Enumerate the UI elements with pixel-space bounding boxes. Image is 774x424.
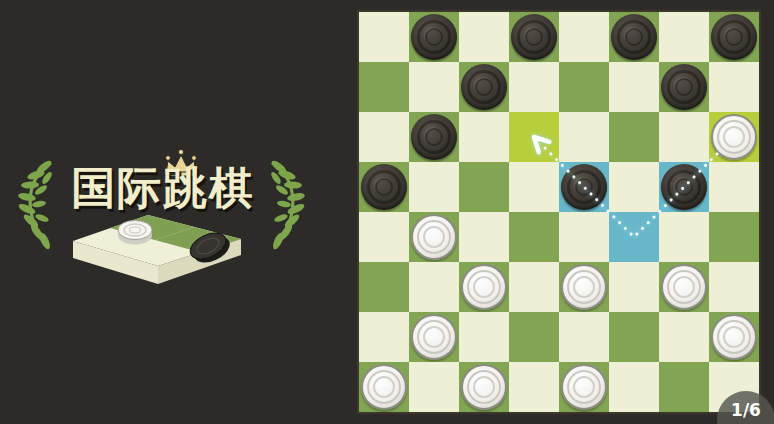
checkers-board[interactable]	[357, 10, 761, 414]
square-r1-c2[interactable]	[459, 62, 509, 112]
black-piece[interactable]	[511, 14, 557, 60]
square-r2-c3[interactable]	[509, 112, 559, 162]
square-r3-c5[interactable]	[609, 162, 659, 212]
square-r3-c1[interactable]	[409, 162, 459, 212]
square-r6-c0[interactable]	[359, 312, 409, 362]
black-piece[interactable]	[561, 164, 607, 210]
square-r3-c6[interactable]	[659, 162, 709, 212]
square-r5-c7[interactable]	[709, 262, 759, 312]
square-r1-c7[interactable]	[709, 62, 759, 112]
laurel-right-icon	[263, 158, 309, 250]
square-r7-c6[interactable]	[659, 362, 709, 412]
white-piece[interactable]	[561, 264, 607, 310]
black-piece[interactable]	[711, 14, 757, 60]
square-r0-c3[interactable]	[509, 12, 559, 62]
square-r5-c2[interactable]	[459, 262, 509, 312]
square-r7-c2[interactable]	[459, 362, 509, 412]
square-r3-c2[interactable]	[459, 162, 509, 212]
black-piece[interactable]	[411, 14, 457, 60]
white-piece[interactable]	[411, 314, 457, 360]
white-piece[interactable]	[461, 364, 507, 410]
square-r5-c4[interactable]	[559, 262, 609, 312]
black-piece[interactable]	[461, 64, 507, 110]
square-r2-c2[interactable]	[459, 112, 509, 162]
square-r2-c4[interactable]	[559, 112, 609, 162]
square-r0-c1[interactable]	[409, 12, 459, 62]
square-r6-c7[interactable]	[709, 312, 759, 362]
square-r4-c6[interactable]	[659, 212, 709, 262]
square-r0-c5[interactable]	[609, 12, 659, 62]
square-r6-c5[interactable]	[609, 312, 659, 362]
square-r3-c7[interactable]	[709, 162, 759, 212]
white-piece[interactable]	[361, 364, 407, 410]
square-r7-c1[interactable]	[409, 362, 459, 412]
square-r1-c0[interactable]	[359, 62, 409, 112]
white-piece[interactable]	[661, 264, 707, 310]
square-r2-c7[interactable]	[709, 112, 759, 162]
square-r6-c2[interactable]	[459, 312, 509, 362]
square-r1-c3[interactable]	[509, 62, 559, 112]
white-piece[interactable]	[461, 264, 507, 310]
square-r2-c1[interactable]	[409, 112, 459, 162]
square-r0-c4[interactable]	[559, 12, 609, 62]
square-r4-c5[interactable]	[609, 212, 659, 262]
square-r7-c0[interactable]	[359, 362, 409, 412]
square-r4-c3[interactable]	[509, 212, 559, 262]
game-logo: 国际跳棋	[0, 0, 357, 424]
square-r3-c0[interactable]	[359, 162, 409, 212]
square-r4-c0[interactable]	[359, 212, 409, 262]
square-r4-c7[interactable]	[709, 212, 759, 262]
square-r1-c5[interactable]	[609, 62, 659, 112]
square-r4-c4[interactable]	[559, 212, 609, 262]
square-r5-c5[interactable]	[609, 262, 659, 312]
square-r2-c0[interactable]	[359, 112, 409, 162]
white-piece[interactable]	[411, 214, 457, 260]
square-r6-c6[interactable]	[659, 312, 709, 362]
square-r4-c2[interactable]	[459, 212, 509, 262]
square-r1-c6[interactable]	[659, 62, 709, 112]
square-r0-c7[interactable]	[709, 12, 759, 62]
square-r5-c0[interactable]	[359, 262, 409, 312]
square-r1-c4[interactable]	[559, 62, 609, 112]
square-r2-c5[interactable]	[609, 112, 659, 162]
square-r5-c1[interactable]	[409, 262, 459, 312]
white-piece[interactable]	[711, 114, 757, 160]
square-r5-c6[interactable]	[659, 262, 709, 312]
square-r6-c3[interactable]	[509, 312, 559, 362]
square-r3-c3[interactable]	[509, 162, 559, 212]
square-r0-c0[interactable]	[359, 12, 409, 62]
black-piece[interactable]	[661, 164, 707, 210]
square-r2-c6[interactable]	[659, 112, 709, 162]
square-r5-c3[interactable]	[509, 262, 559, 312]
black-piece[interactable]	[411, 114, 457, 160]
game-screen: 国际跳棋	[0, 0, 774, 424]
square-r7-c5[interactable]	[609, 362, 659, 412]
square-r7-c4[interactable]	[559, 362, 609, 412]
square-r1-c1[interactable]	[409, 62, 459, 112]
square-r0-c2[interactable]	[459, 12, 509, 62]
game-title: 国际跳棋	[52, 166, 274, 210]
black-piece[interactable]	[361, 164, 407, 210]
square-r7-c3[interactable]	[509, 362, 559, 412]
white-piece[interactable]	[561, 364, 607, 410]
page-indicator-text: 1/6	[731, 400, 761, 420]
square-r6-c4[interactable]	[559, 312, 609, 362]
logo-board-illustration	[68, 208, 252, 292]
square-r0-c6[interactable]	[659, 12, 709, 62]
square-r4-c1[interactable]	[409, 212, 459, 262]
black-piece[interactable]	[611, 14, 657, 60]
black-piece[interactable]	[661, 64, 707, 110]
square-r3-c4[interactable]	[559, 162, 609, 212]
logo-white-piece	[118, 221, 152, 245]
white-piece[interactable]	[711, 314, 757, 360]
square-r6-c1[interactable]	[409, 312, 459, 362]
